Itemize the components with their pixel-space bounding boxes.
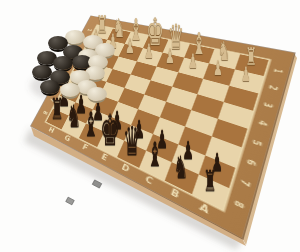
checker-disc-cream[interactable] bbox=[60, 83, 80, 97]
checker-disc-cream[interactable] bbox=[87, 87, 107, 101]
checkers-pile bbox=[0, 0, 300, 252]
checker-disc-black[interactable] bbox=[32, 65, 52, 79]
checker-disc-cream[interactable] bbox=[65, 30, 85, 44]
chess-set-photo-scene: HGFEDCBA1234567812345678 ♜♞♝♚♛♝♞♜♟♟♟♟♟♟♟… bbox=[0, 0, 300, 252]
checker-disc-black[interactable] bbox=[40, 80, 60, 94]
checker-disc-black[interactable] bbox=[53, 56, 73, 70]
